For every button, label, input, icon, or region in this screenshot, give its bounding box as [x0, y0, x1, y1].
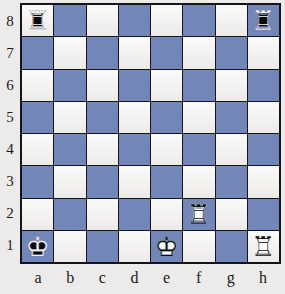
square-b5[interactable] — [54, 102, 85, 133]
square-a7[interactable] — [22, 37, 53, 68]
square-a8[interactable]: ♜♖ — [22, 5, 53, 36]
file-label-h: h — [247, 264, 279, 292]
chess-board: ♜♖♜♖♜♖♚♔♚♔♜♖ — [20, 3, 281, 264]
file-label-d: d — [118, 264, 150, 292]
square-g1[interactable] — [216, 231, 247, 262]
square-d7[interactable] — [119, 37, 150, 68]
file-label-b: b — [54, 264, 86, 292]
square-h8[interactable]: ♜♖ — [248, 5, 279, 36]
square-g4[interactable] — [216, 134, 247, 165]
square-f2[interactable]: ♜♖ — [183, 199, 214, 230]
square-f5[interactable] — [183, 102, 214, 133]
square-d6[interactable] — [119, 70, 150, 101]
square-g2[interactable] — [216, 199, 247, 230]
rank-label-6: 6 — [0, 69, 20, 101]
square-d4[interactable] — [119, 134, 150, 165]
square-h1[interactable]: ♜♖ — [248, 231, 279, 262]
square-h7[interactable] — [248, 37, 279, 68]
square-f6[interactable] — [183, 70, 214, 101]
square-a2[interactable] — [22, 199, 53, 230]
rank-label-3: 3 — [0, 166, 20, 198]
square-c5[interactable] — [87, 102, 118, 133]
rank-label-5: 5 — [0, 101, 20, 133]
square-b1[interactable] — [54, 231, 85, 262]
square-h4[interactable] — [248, 134, 279, 165]
square-g7[interactable] — [216, 37, 247, 68]
square-h2[interactable] — [248, 199, 279, 230]
square-c6[interactable] — [87, 70, 118, 101]
black-king[interactable]: ♚♔ — [22, 231, 53, 262]
square-e1[interactable]: ♚♔ — [151, 231, 182, 262]
piece-glyph-outline: ♔ — [26, 233, 50, 260]
file-label-f: f — [183, 264, 215, 292]
square-d3[interactable] — [119, 166, 150, 197]
square-c1[interactable] — [87, 231, 118, 262]
rank-label-1: 1 — [0, 230, 20, 262]
square-h6[interactable] — [248, 70, 279, 101]
square-g5[interactable] — [216, 102, 247, 133]
square-d5[interactable] — [119, 102, 150, 133]
file-labels: abcdefgh — [22, 264, 279, 292]
square-a4[interactable] — [22, 134, 53, 165]
square-b8[interactable] — [54, 5, 85, 36]
square-c2[interactable] — [87, 199, 118, 230]
square-b2[interactable] — [54, 199, 85, 230]
square-b6[interactable] — [54, 70, 85, 101]
square-e8[interactable] — [151, 5, 182, 36]
square-e5[interactable] — [151, 102, 182, 133]
white-rook[interactable]: ♜♖ — [183, 199, 214, 230]
file-label-e: e — [151, 264, 183, 292]
square-f7[interactable] — [183, 37, 214, 68]
rank-label-8: 8 — [0, 5, 20, 37]
square-g3[interactable] — [216, 166, 247, 197]
rank-label-4: 4 — [0, 134, 20, 166]
rank-label-7: 7 — [0, 37, 20, 69]
square-f1[interactable] — [183, 231, 214, 262]
square-c4[interactable] — [87, 134, 118, 165]
square-e4[interactable] — [151, 134, 182, 165]
piece-glyph-outline: ♖ — [251, 233, 275, 260]
square-a6[interactable] — [22, 70, 53, 101]
square-d2[interactable] — [119, 199, 150, 230]
square-c3[interactable] — [87, 166, 118, 197]
file-label-g: g — [215, 264, 247, 292]
white-king[interactable]: ♚♔ — [151, 231, 182, 262]
rank-label-2: 2 — [0, 198, 20, 230]
square-c7[interactable] — [87, 37, 118, 68]
square-d1[interactable] — [119, 231, 150, 262]
black-rook[interactable]: ♜♖ — [22, 5, 53, 36]
chess-diagram: 87654321 ♜♖♜♖♜♖♚♔♚♔♜♖ abcdefgh — [0, 0, 285, 294]
square-e3[interactable] — [151, 166, 182, 197]
piece-glyph-outline: ♔ — [155, 233, 179, 260]
square-f8[interactable] — [183, 5, 214, 36]
file-label-a: a — [22, 264, 54, 292]
white-rook[interactable]: ♜♖ — [248, 231, 279, 262]
square-b4[interactable] — [54, 134, 85, 165]
square-b3[interactable] — [54, 166, 85, 197]
piece-glyph-outline: ♖ — [187, 201, 211, 228]
square-g8[interactable] — [216, 5, 247, 36]
file-label-c: c — [86, 264, 118, 292]
square-e6[interactable] — [151, 70, 182, 101]
square-b7[interactable] — [54, 37, 85, 68]
square-h3[interactable] — [248, 166, 279, 197]
square-e7[interactable] — [151, 37, 182, 68]
square-a3[interactable] — [22, 166, 53, 197]
square-e2[interactable] — [151, 199, 182, 230]
square-d8[interactable] — [119, 5, 150, 36]
square-g6[interactable] — [216, 70, 247, 101]
square-h5[interactable] — [248, 102, 279, 133]
square-a5[interactable] — [22, 102, 53, 133]
black-rook[interactable]: ♜♖ — [248, 5, 279, 36]
piece-glyph-outline: ♖ — [26, 7, 50, 34]
piece-glyph-outline: ♖ — [251, 7, 275, 34]
square-f4[interactable] — [183, 134, 214, 165]
square-f3[interactable] — [183, 166, 214, 197]
square-a1[interactable]: ♚♔ — [22, 231, 53, 262]
square-c8[interactable] — [87, 5, 118, 36]
rank-labels: 87654321 — [0, 5, 20, 262]
